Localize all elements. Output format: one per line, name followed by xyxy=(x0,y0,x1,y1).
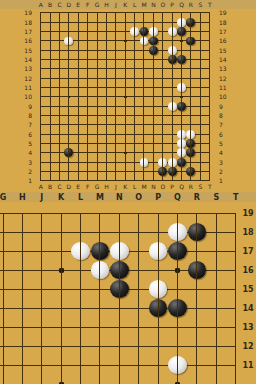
intersection-M11-zoom[interactable] xyxy=(90,356,109,375)
intersection-M3[interactable] xyxy=(139,158,148,167)
intersection-H10-zoom[interactable] xyxy=(13,375,32,384)
intersection-O11[interactable] xyxy=(158,83,167,92)
intersection-A2[interactable] xyxy=(36,167,45,176)
intersection-Q13-zoom[interactable] xyxy=(168,318,187,337)
intersection-O16-zoom[interactable] xyxy=(129,261,148,280)
intersection-S17[interactable] xyxy=(196,27,205,36)
intersection-F18[interactable] xyxy=(83,18,92,27)
intersection-N12[interactable] xyxy=(149,74,158,83)
intersection-F13[interactable] xyxy=(83,64,92,73)
intersection-T4[interactable] xyxy=(205,148,214,157)
intersection-M15-zoom[interactable] xyxy=(90,280,109,299)
intersection-G11[interactable] xyxy=(92,83,101,92)
intersection-G2[interactable] xyxy=(92,167,101,176)
intersection-G13-zoom[interactable] xyxy=(0,318,13,337)
intersection-S4[interactable] xyxy=(196,148,205,157)
intersection-R12-zoom[interactable] xyxy=(187,337,206,356)
intersection-L2[interactable] xyxy=(130,167,139,176)
intersection-C7[interactable] xyxy=(55,120,64,129)
intersection-Q6[interactable] xyxy=(177,130,186,139)
intersection-P10[interactable] xyxy=(167,92,176,101)
intersection-T14-zoom[interactable] xyxy=(226,299,245,318)
intersection-R11[interactable] xyxy=(186,83,195,92)
intersection-R10-zoom[interactable] xyxy=(187,375,206,384)
intersection-J8[interactable] xyxy=(111,111,120,120)
intersection-N11-zoom[interactable] xyxy=(110,356,129,375)
intersection-H5[interactable] xyxy=(102,139,111,148)
intersection-P17-zoom[interactable] xyxy=(148,242,167,261)
intersection-R2[interactable] xyxy=(186,167,195,176)
intersection-P18[interactable] xyxy=(167,18,176,27)
intersection-N18[interactable] xyxy=(149,18,158,27)
intersection-J12[interactable] xyxy=(111,74,120,83)
intersection-J12-zoom[interactable] xyxy=(32,337,51,356)
intersection-L17[interactable] xyxy=(130,27,139,36)
intersection-B13[interactable] xyxy=(45,64,54,73)
intersection-L3[interactable] xyxy=(130,158,139,167)
intersection-F7[interactable] xyxy=(83,120,92,129)
intersection-R18-zoom[interactable] xyxy=(187,223,206,242)
intersection-T2[interactable] xyxy=(205,167,214,176)
intersection-T10-zoom[interactable] xyxy=(226,375,245,384)
intersection-E17[interactable] xyxy=(74,27,83,36)
intersection-T13-zoom[interactable] xyxy=(226,318,245,337)
intersection-H16[interactable] xyxy=(102,36,111,45)
intersection-M13-zoom[interactable] xyxy=(90,318,109,337)
intersection-O6[interactable] xyxy=(158,130,167,139)
intersection-H9[interactable] xyxy=(102,102,111,111)
intersection-F2[interactable] xyxy=(83,167,92,176)
intersection-B3[interactable] xyxy=(45,158,54,167)
intersection-J9[interactable] xyxy=(111,102,120,111)
intersection-G10[interactable] xyxy=(92,92,101,101)
intersection-O10[interactable] xyxy=(158,92,167,101)
intersection-P19-zoom[interactable] xyxy=(148,204,167,223)
intersection-N10-zoom[interactable] xyxy=(110,375,129,384)
intersection-M11[interactable] xyxy=(139,83,148,92)
intersection-D17[interactable] xyxy=(64,27,73,36)
intersection-Q14[interactable] xyxy=(177,55,186,64)
intersection-T12-zoom[interactable] xyxy=(226,337,245,356)
intersection-J17[interactable] xyxy=(111,27,120,36)
intersection-G18[interactable] xyxy=(92,18,101,27)
intersection-S19-zoom[interactable] xyxy=(207,204,226,223)
intersection-J18[interactable] xyxy=(111,18,120,27)
intersection-L8[interactable] xyxy=(130,111,139,120)
intersection-N5[interactable] xyxy=(149,139,158,148)
intersection-M17-zoom[interactable] xyxy=(90,242,109,261)
intersection-H19[interactable] xyxy=(102,8,111,17)
intersection-Q16[interactable] xyxy=(177,36,186,45)
intersection-C19[interactable] xyxy=(55,8,64,17)
intersection-L15-zoom[interactable] xyxy=(71,280,90,299)
intersection-E11[interactable] xyxy=(74,83,83,92)
intersection-N15[interactable] xyxy=(149,46,158,55)
intersection-M14[interactable] xyxy=(139,55,148,64)
intersection-P2[interactable] xyxy=(167,167,176,176)
intersection-N6[interactable] xyxy=(149,130,158,139)
intersection-K14-zoom[interactable] xyxy=(51,299,70,318)
intersection-E14[interactable] xyxy=(74,55,83,64)
intersection-B19[interactable] xyxy=(45,8,54,17)
intersection-J5[interactable] xyxy=(111,139,120,148)
intersection-L18[interactable] xyxy=(130,18,139,27)
intersection-O3[interactable] xyxy=(158,158,167,167)
intersection-J7[interactable] xyxy=(111,120,120,129)
intersection-T16-zoom[interactable] xyxy=(226,261,245,280)
intersection-K16-zoom[interactable] xyxy=(51,261,70,280)
intersection-D5[interactable] xyxy=(64,139,73,148)
intersection-G17-zoom[interactable] xyxy=(0,242,13,261)
intersection-P16[interactable] xyxy=(167,36,176,45)
intersection-C6[interactable] xyxy=(55,130,64,139)
intersection-Q11-zoom[interactable] xyxy=(168,356,187,375)
intersection-P13[interactable] xyxy=(167,64,176,73)
intersection-R15[interactable] xyxy=(186,46,195,55)
intersection-S10[interactable] xyxy=(196,92,205,101)
intersection-F17[interactable] xyxy=(83,27,92,36)
intersection-O17[interactable] xyxy=(158,27,167,36)
intersection-D18[interactable] xyxy=(64,18,73,27)
intersection-B8[interactable] xyxy=(45,111,54,120)
intersection-O16[interactable] xyxy=(158,36,167,45)
intersection-G19[interactable] xyxy=(92,8,101,17)
intersection-L16[interactable] xyxy=(130,36,139,45)
intersection-N11[interactable] xyxy=(149,83,158,92)
intersection-F6[interactable] xyxy=(83,130,92,139)
intersection-Q17[interactable] xyxy=(177,27,186,36)
intersection-Q16-zoom[interactable] xyxy=(168,261,187,280)
intersection-M13[interactable] xyxy=(139,64,148,73)
intersection-D15[interactable] xyxy=(64,46,73,55)
intersection-S15[interactable] xyxy=(196,46,205,55)
intersection-K12-zoom[interactable] xyxy=(51,337,70,356)
intersection-B10[interactable] xyxy=(45,92,54,101)
intersection-M8[interactable] xyxy=(139,111,148,120)
intersection-D11[interactable] xyxy=(64,83,73,92)
intersection-P13-zoom[interactable] xyxy=(148,318,167,337)
intersection-S12[interactable] xyxy=(196,74,205,83)
intersection-C5[interactable] xyxy=(55,139,64,148)
intersection-E6[interactable] xyxy=(74,130,83,139)
intersection-D13[interactable] xyxy=(64,64,73,73)
intersection-G13[interactable] xyxy=(92,64,101,73)
intersection-H17-zoom[interactable] xyxy=(13,242,32,261)
intersection-R4[interactable] xyxy=(186,148,195,157)
intersection-A5[interactable] xyxy=(36,139,45,148)
intersection-E18[interactable] xyxy=(74,18,83,27)
intersection-J10[interactable] xyxy=(111,92,120,101)
intersection-C15[interactable] xyxy=(55,46,64,55)
intersection-K12[interactable] xyxy=(121,74,130,83)
intersection-H11-zoom[interactable] xyxy=(13,356,32,375)
intersection-S14-zoom[interactable] xyxy=(207,299,226,318)
intersection-L6[interactable] xyxy=(130,130,139,139)
intersection-R19-zoom[interactable] xyxy=(187,204,206,223)
intersection-L13[interactable] xyxy=(130,64,139,73)
intersection-N13[interactable] xyxy=(149,64,158,73)
intersection-A3[interactable] xyxy=(36,158,45,167)
intersection-B14[interactable] xyxy=(45,55,54,64)
intersection-E3[interactable] xyxy=(74,158,83,167)
intersection-H13[interactable] xyxy=(102,64,111,73)
intersection-G10-zoom[interactable] xyxy=(0,375,13,384)
intersection-H12[interactable] xyxy=(102,74,111,83)
intersection-B17[interactable] xyxy=(45,27,54,36)
intersection-P18-zoom[interactable] xyxy=(148,223,167,242)
intersection-M4[interactable] xyxy=(139,148,148,157)
intersection-O15-zoom[interactable] xyxy=(129,280,148,299)
intersection-T19[interactable] xyxy=(205,8,214,17)
intersection-T17[interactable] xyxy=(205,27,214,36)
intersection-L11-zoom[interactable] xyxy=(71,356,90,375)
intersection-M7[interactable] xyxy=(139,120,148,129)
intersection-N19[interactable] xyxy=(149,8,158,17)
intersection-K19[interactable] xyxy=(121,8,130,17)
intersection-R3[interactable] xyxy=(186,158,195,167)
intersection-K3[interactable] xyxy=(121,158,130,167)
intersection-C13[interactable] xyxy=(55,64,64,73)
intersection-O15[interactable] xyxy=(158,46,167,55)
intersection-H4[interactable] xyxy=(102,148,111,157)
intersection-O14-zoom[interactable] xyxy=(129,299,148,318)
intersection-F15[interactable] xyxy=(83,46,92,55)
intersection-M9[interactable] xyxy=(139,102,148,111)
intersection-T15[interactable] xyxy=(205,46,214,55)
intersection-L19-zoom[interactable] xyxy=(71,204,90,223)
intersection-B15[interactable] xyxy=(45,46,54,55)
intersection-D4[interactable] xyxy=(64,148,73,157)
intersection-P7[interactable] xyxy=(167,120,176,129)
intersection-C16[interactable] xyxy=(55,36,64,45)
intersection-F3[interactable] xyxy=(83,158,92,167)
intersection-P15[interactable] xyxy=(167,46,176,55)
intersection-B7[interactable] xyxy=(45,120,54,129)
intersection-S10-zoom[interactable] xyxy=(207,375,226,384)
intersection-N8[interactable] xyxy=(149,111,158,120)
intersection-G16[interactable] xyxy=(92,36,101,45)
intersection-M10-zoom[interactable] xyxy=(90,375,109,384)
intersection-M5[interactable] xyxy=(139,139,148,148)
intersection-R14-zoom[interactable] xyxy=(187,299,206,318)
intersection-L12[interactable] xyxy=(130,74,139,83)
intersection-T11[interactable] xyxy=(205,83,214,92)
intersection-K5[interactable] xyxy=(121,139,130,148)
intersection-A14[interactable] xyxy=(36,55,45,64)
intersection-A19[interactable] xyxy=(36,8,45,17)
intersection-S15-zoom[interactable] xyxy=(207,280,226,299)
intersection-A7[interactable] xyxy=(36,120,45,129)
intersection-K13[interactable] xyxy=(121,64,130,73)
intersection-C3[interactable] xyxy=(55,158,64,167)
intersection-K10-zoom[interactable] xyxy=(51,375,70,384)
intersection-J10-zoom[interactable] xyxy=(32,375,51,384)
intersection-L13-zoom[interactable] xyxy=(71,318,90,337)
intersection-A6[interactable] xyxy=(36,130,45,139)
intersection-H18-zoom[interactable] xyxy=(13,223,32,242)
intersection-E8[interactable] xyxy=(74,111,83,120)
intersection-E2[interactable] xyxy=(74,167,83,176)
intersection-M19[interactable] xyxy=(139,8,148,17)
intersection-F14[interactable] xyxy=(83,55,92,64)
intersection-R18[interactable] xyxy=(186,18,195,27)
intersection-L5[interactable] xyxy=(130,139,139,148)
intersection-N13-zoom[interactable] xyxy=(110,318,129,337)
intersection-A8[interactable] xyxy=(36,111,45,120)
intersection-P19[interactable] xyxy=(167,8,176,17)
intersection-C17[interactable] xyxy=(55,27,64,36)
intersection-Q4[interactable] xyxy=(177,148,186,157)
intersection-G17[interactable] xyxy=(92,27,101,36)
intersection-T14[interactable] xyxy=(205,55,214,64)
intersection-A18[interactable] xyxy=(36,18,45,27)
intersection-B5[interactable] xyxy=(45,139,54,148)
intersection-P11-zoom[interactable] xyxy=(148,356,167,375)
intersection-T19-zoom[interactable] xyxy=(226,204,245,223)
intersection-T12[interactable] xyxy=(205,74,214,83)
intersection-T17-zoom[interactable] xyxy=(226,242,245,261)
intersection-S13-zoom[interactable] xyxy=(207,318,226,337)
intersection-R15-zoom[interactable] xyxy=(187,280,206,299)
intersection-J14-zoom[interactable] xyxy=(32,299,51,318)
intersection-G19-zoom[interactable] xyxy=(0,204,13,223)
intersection-C14[interactable] xyxy=(55,55,64,64)
intersection-J13[interactable] xyxy=(111,64,120,73)
intersection-R10[interactable] xyxy=(186,92,195,101)
intersection-J16[interactable] xyxy=(111,36,120,45)
intersection-Q9[interactable] xyxy=(177,102,186,111)
intersection-M10[interactable] xyxy=(139,92,148,101)
intersection-R17-zoom[interactable] xyxy=(187,242,206,261)
intersection-K6[interactable] xyxy=(121,130,130,139)
intersection-M12-zoom[interactable] xyxy=(90,337,109,356)
intersection-M15[interactable] xyxy=(139,46,148,55)
intersection-H15-zoom[interactable] xyxy=(13,280,32,299)
intersection-O10-zoom[interactable] xyxy=(129,375,148,384)
intersection-T10[interactable] xyxy=(205,92,214,101)
intersection-C11[interactable] xyxy=(55,83,64,92)
intersection-R14[interactable] xyxy=(186,55,195,64)
intersection-R13-zoom[interactable] xyxy=(187,318,206,337)
intersection-S16[interactable] xyxy=(196,36,205,45)
intersection-D16[interactable] xyxy=(64,36,73,45)
intersection-T16[interactable] xyxy=(205,36,214,45)
intersection-N17-zoom[interactable] xyxy=(110,242,129,261)
intersection-H7[interactable] xyxy=(102,120,111,129)
intersection-Q19-zoom[interactable] xyxy=(168,204,187,223)
intersection-G11-zoom[interactable] xyxy=(0,356,13,375)
intersection-O18-zoom[interactable] xyxy=(129,223,148,242)
intersection-T7[interactable] xyxy=(205,120,214,129)
intersection-L9[interactable] xyxy=(130,102,139,111)
intersection-N12-zoom[interactable] xyxy=(110,337,129,356)
intersection-S18[interactable] xyxy=(196,18,205,27)
intersection-H13-zoom[interactable] xyxy=(13,318,32,337)
intersection-Q12[interactable] xyxy=(177,74,186,83)
intersection-D19[interactable] xyxy=(64,8,73,17)
intersection-N17[interactable] xyxy=(149,27,158,36)
intersection-B9[interactable] xyxy=(45,102,54,111)
intersection-T15-zoom[interactable] xyxy=(226,280,245,299)
intersection-K18[interactable] xyxy=(121,18,130,27)
intersection-C2[interactable] xyxy=(55,167,64,176)
intersection-Q11[interactable] xyxy=(177,83,186,92)
intersection-B18[interactable] xyxy=(45,18,54,27)
intersection-S2[interactable] xyxy=(196,167,205,176)
intersection-O14[interactable] xyxy=(158,55,167,64)
intersection-L11[interactable] xyxy=(130,83,139,92)
intersection-P6[interactable] xyxy=(167,130,176,139)
intersection-E5[interactable] xyxy=(74,139,83,148)
intersection-Q18[interactable] xyxy=(177,18,186,27)
intersection-P14-zoom[interactable] xyxy=(148,299,167,318)
intersection-C18[interactable] xyxy=(55,18,64,27)
intersection-K7[interactable] xyxy=(121,120,130,129)
intersection-T3[interactable] xyxy=(205,158,214,167)
intersection-Q15[interactable] xyxy=(177,46,186,55)
intersection-E16[interactable] xyxy=(74,36,83,45)
intersection-A17[interactable] xyxy=(36,27,45,36)
intersection-F12[interactable] xyxy=(83,74,92,83)
intersection-S18-zoom[interactable] xyxy=(207,223,226,242)
intersection-H19-zoom[interactable] xyxy=(13,204,32,223)
intersection-R12[interactable] xyxy=(186,74,195,83)
intersection-G6[interactable] xyxy=(92,130,101,139)
intersection-L10[interactable] xyxy=(130,92,139,101)
intersection-C4[interactable] xyxy=(55,148,64,157)
intersection-H6[interactable] xyxy=(102,130,111,139)
intersection-M18-zoom[interactable] xyxy=(90,223,109,242)
intersection-O18[interactable] xyxy=(158,18,167,27)
intersection-R16-zoom[interactable] xyxy=(187,261,206,280)
intersection-O19-zoom[interactable] xyxy=(129,204,148,223)
intersection-H3[interactable] xyxy=(102,158,111,167)
intersection-P16-zoom[interactable] xyxy=(148,261,167,280)
intersection-R11-zoom[interactable] xyxy=(187,356,206,375)
intersection-S19[interactable] xyxy=(196,8,205,17)
intersection-A11[interactable] xyxy=(36,83,45,92)
intersection-A4[interactable] xyxy=(36,148,45,157)
intersection-M18[interactable] xyxy=(139,18,148,27)
intersection-D3[interactable] xyxy=(64,158,73,167)
intersection-D12[interactable] xyxy=(64,74,73,83)
intersection-O4[interactable] xyxy=(158,148,167,157)
intersection-K13-zoom[interactable] xyxy=(51,318,70,337)
intersection-S14[interactable] xyxy=(196,55,205,64)
intersection-J15-zoom[interactable] xyxy=(32,280,51,299)
intersection-P12[interactable] xyxy=(167,74,176,83)
intersection-T6[interactable] xyxy=(205,130,214,139)
intersection-K2[interactable] xyxy=(121,167,130,176)
intersection-G9[interactable] xyxy=(92,102,101,111)
intersection-F19[interactable] xyxy=(83,8,92,17)
intersection-T5[interactable] xyxy=(205,139,214,148)
intersection-O2[interactable] xyxy=(158,167,167,176)
intersection-E13[interactable] xyxy=(74,64,83,73)
intersection-G15-zoom[interactable] xyxy=(0,280,13,299)
intersection-C10[interactable] xyxy=(55,92,64,101)
intersection-S16-zoom[interactable] xyxy=(207,261,226,280)
intersection-O12-zoom[interactable] xyxy=(129,337,148,356)
intersection-T8[interactable] xyxy=(205,111,214,120)
intersection-G3[interactable] xyxy=(92,158,101,167)
intersection-A12[interactable] xyxy=(36,74,45,83)
intersection-Q8[interactable] xyxy=(177,111,186,120)
intersection-R13[interactable] xyxy=(186,64,195,73)
intersection-R16[interactable] xyxy=(186,36,195,45)
intersection-L4[interactable] xyxy=(130,148,139,157)
intersection-F9[interactable] xyxy=(83,102,92,111)
